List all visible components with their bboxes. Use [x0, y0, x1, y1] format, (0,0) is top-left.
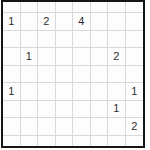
cell-r6-c7[interactable]	[108, 83, 126, 101]
cell-r5-c2[interactable]	[21, 66, 39, 84]
cell-r7-c5[interactable]	[73, 101, 91, 119]
cell-r4-c1[interactable]	[3, 48, 21, 66]
cell-r3-c3[interactable]	[38, 31, 56, 49]
cell-r8-c1[interactable]	[3, 118, 21, 136]
cell-r9-c4[interactable]	[56, 136, 74, 146]
cell-r2-c8[interactable]	[126, 13, 144, 31]
clue-cell-r2-c3: 2	[38, 13, 56, 31]
cell-r6-c6[interactable]	[91, 83, 109, 101]
cell-r3-c1[interactable]	[3, 31, 21, 49]
cell-r8-c5[interactable]	[73, 118, 91, 136]
cell-r5-c5[interactable]	[73, 66, 91, 84]
cell-r7-c6[interactable]	[91, 101, 109, 119]
clue-cell-r6-c8: 1	[126, 83, 144, 101]
clue-cell-r6-c1: 1	[3, 83, 21, 101]
cell-r1-c5[interactable]	[73, 2, 91, 13]
cell-r1-c2[interactable]	[21, 2, 39, 13]
cell-r6-c5[interactable]	[73, 83, 91, 101]
cell-r7-c8[interactable]	[126, 101, 144, 119]
clue-cell-r2-c1: 1	[3, 13, 21, 31]
clue-cell-r4-c2: 1	[21, 48, 39, 66]
clue-cell-r7-c7: 1	[108, 101, 126, 119]
cell-r4-c5[interactable]	[73, 48, 91, 66]
cell-r7-c3[interactable]	[38, 101, 56, 119]
cell-r4-c3[interactable]	[38, 48, 56, 66]
cell-r9-c7[interactable]	[108, 136, 126, 146]
puzzle-board: 124121112	[1, 0, 145, 148]
cell-r5-c7[interactable]	[108, 66, 126, 84]
cell-r8-c6[interactable]	[91, 118, 109, 136]
cell-r3-c2[interactable]	[21, 31, 39, 49]
cell-r4-c6[interactable]	[91, 48, 109, 66]
cell-r1-c3[interactable]	[38, 2, 56, 13]
cell-r3-c4[interactable]	[56, 31, 74, 49]
cell-r9-c6[interactable]	[91, 136, 109, 146]
cell-r2-c2[interactable]	[21, 13, 39, 31]
cell-r5-c4[interactable]	[56, 66, 74, 84]
cell-r3-c7[interactable]	[108, 31, 126, 49]
cell-r8-c7[interactable]	[108, 118, 126, 136]
cell-r1-c8[interactable]	[126, 2, 144, 13]
cell-r4-c4[interactable]	[56, 48, 74, 66]
cell-r1-c1[interactable]	[3, 2, 21, 13]
cell-r9-c5[interactable]	[73, 136, 91, 146]
cell-r1-c7[interactable]	[108, 2, 126, 13]
cell-r3-c8[interactable]	[126, 31, 144, 49]
cell-r8-c4[interactable]	[56, 118, 74, 136]
cell-r2-c7[interactable]	[108, 13, 126, 31]
cell-r6-c3[interactable]	[38, 83, 56, 101]
cell-r5-c6[interactable]	[91, 66, 109, 84]
cell-r9-c1[interactable]	[3, 136, 21, 146]
cell-r1-c4[interactable]	[56, 2, 74, 13]
cell-r7-c2[interactable]	[21, 101, 39, 119]
cell-r7-c4[interactable]	[56, 101, 74, 119]
clue-cell-r2-c5: 4	[73, 13, 91, 31]
cell-r8-c2[interactable]	[21, 118, 39, 136]
cell-r1-c6[interactable]	[91, 2, 109, 13]
cell-r3-c5[interactable]	[73, 31, 91, 49]
cell-r2-c4[interactable]	[56, 13, 74, 31]
cell-r9-c8[interactable]	[126, 136, 144, 146]
cell-r9-c2[interactable]	[21, 136, 39, 146]
cell-r6-c4[interactable]	[56, 83, 74, 101]
clue-cell-r4-c7: 2	[108, 48, 126, 66]
cell-r4-c8[interactable]	[126, 48, 144, 66]
cell-r3-c6[interactable]	[91, 31, 109, 49]
cell-r7-c1[interactable]	[3, 101, 21, 119]
cell-r5-c8[interactable]	[126, 66, 144, 84]
cell-r2-c6[interactable]	[91, 13, 109, 31]
cell-r5-c1[interactable]	[3, 66, 21, 84]
clue-cell-r8-c8: 2	[126, 118, 144, 136]
cell-r5-c3[interactable]	[38, 66, 56, 84]
cell-r8-c3[interactable]	[38, 118, 56, 136]
cell-r6-c2[interactable]	[21, 83, 39, 101]
cell-r9-c3[interactable]	[38, 136, 56, 146]
